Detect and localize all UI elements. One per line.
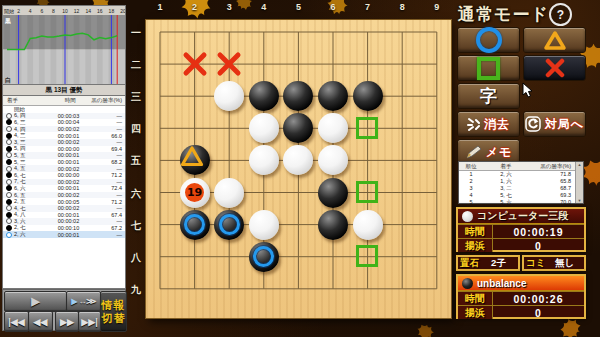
candidate-row[interactable]: 21, 六65.8 <box>459 178 583 185</box>
circle-mark <box>184 214 205 235</box>
play-button[interactable]: ▶ <box>4 291 67 312</box>
x-mark-icon <box>544 58 566 78</box>
white-time-row: 時間 00:00:19 <box>458 224 584 238</box>
winrate-column-header: 黒の勝率(%) <box>91 97 125 104</box>
column-label: 9 <box>430 2 444 12</box>
candidate-row[interactable]: 45, 七69.3 <box>459 192 583 199</box>
step-forward-button[interactable]: ▶▶ <box>55 311 79 332</box>
candidate-moves-table: 順位 着手 黒の勝率(%) 12, 六71.821, 六65.833, 二68.… <box>458 161 584 204</box>
white-stone[interactable] <box>249 113 279 143</box>
black-captures-label: 揚浜 <box>458 306 493 319</box>
candidate-row[interactable]: 12, 六71.8 <box>459 171 583 178</box>
svg-text:10: 10 <box>62 8 68 14</box>
handicap-cell: 置石 2子 <box>456 255 520 271</box>
x-mark[interactable] <box>182 51 208 77</box>
black-time-label: 時間 <box>458 292 493 305</box>
square-mark[interactable] <box>356 245 378 267</box>
x-mark[interactable] <box>216 51 242 77</box>
skip-to-end-button[interactable]: ▶▶| <box>78 311 101 332</box>
svg-text:6: 6 <box>40 8 43 14</box>
column-label: 4 <box>257 2 271 12</box>
info-toggle-button[interactable]: 情報 切替 <box>100 291 127 332</box>
svg-text:開始: 開始 <box>4 8 14 15</box>
row-label: 七 <box>127 219 145 233</box>
square-mark-icon <box>477 57 500 80</box>
autoplay-speed-icon: ≫ <box>86 297 96 306</box>
komi-cell: コミ 無し <box>522 255 586 271</box>
circle-mark <box>219 214 240 235</box>
circle-mark-tool-button[interactable] <box>457 27 520 53</box>
letter-mark-tool-button[interactable]: 字 <box>457 83 520 109</box>
row-label: 一 <box>127 26 145 40</box>
time-column-header: 時間 <box>49 97 91 104</box>
white-captures-label: 揚浜 <box>458 239 493 252</box>
triangle-mark-icon <box>543 30 567 51</box>
candidate-table-header: 順位 着手 黒の勝率(%) <box>459 162 583 171</box>
svg-text:14: 14 <box>85 8 91 14</box>
svg-text:16: 16 <box>97 8 103 14</box>
black-captures-value: 0 <box>493 306 584 319</box>
move-list-rows: 開始6, 四00:00:03—6, 三00:00:04—4, 四00:00:02… <box>3 106 125 238</box>
return-arrow-icon <box>525 116 541 132</box>
black-player-name: unbalance <box>477 278 526 289</box>
circle-mark <box>253 246 274 267</box>
column-label: 6 <box>326 2 340 12</box>
black-time-value: 00:00:26 <box>493 292 584 305</box>
black-time-row: 時間 00:00:26 <box>458 291 584 305</box>
white-time-value: 00:00:19 <box>493 225 584 238</box>
column-label: 7 <box>361 2 375 12</box>
move-row[interactable]: 2, 六00:00:01— <box>3 231 125 238</box>
autoplay-settings-button[interactable]: ▶ ↔ ≫ <box>66 291 101 312</box>
row-label: 六 <box>127 187 145 201</box>
info-toggle-line1: 情報 <box>102 299 126 311</box>
black-stone[interactable] <box>180 145 210 175</box>
move-list-header: 着手 時間 黒の勝率(%) <box>3 96 125 106</box>
white-time-label: 時間 <box>458 225 493 238</box>
white-stone[interactable]: 19 <box>180 178 210 208</box>
white-stone[interactable] <box>249 145 279 175</box>
black-stone-icon <box>462 278 473 289</box>
column-label: 1 <box>153 2 167 12</box>
erase-marks-button[interactable]: 消去 <box>457 111 520 137</box>
candidate-row[interactable]: 33, 二68.7 <box>459 185 583 192</box>
white-captures-row: 揚浜 0 <box>458 238 584 252</box>
winrate-graph: 開始2468101214161820黒白 <box>2 5 126 85</box>
autoplay-play-icon: ▶ <box>71 297 77 306</box>
svg-text:18: 18 <box>109 8 115 14</box>
back-to-game-label: 対局へ <box>545 116 584 133</box>
info-toggle-line2: 切替 <box>102 312 126 324</box>
row-label: 八 <box>127 251 145 265</box>
pencil-icon <box>465 145 482 160</box>
black-stone[interactable] <box>180 210 210 240</box>
move-column-header: 着手 <box>3 97 49 104</box>
letter-mark-label: 字 <box>480 85 497 108</box>
svg-text:8: 8 <box>52 8 55 14</box>
skip-to-start-button[interactable]: |◀◀ <box>4 311 29 332</box>
black-captures-row: 揚浜 0 <box>458 305 584 319</box>
game-setup-row: 置石 2子 コミ 無し <box>456 255 586 271</box>
circle-mark-icon <box>476 27 502 53</box>
square-mark[interactable] <box>356 117 378 139</box>
help-button[interactable]: ? <box>549 3 572 26</box>
black-stone[interactable] <box>214 210 244 240</box>
candidate-row[interactable]: 55, 六70.0 <box>459 199 583 206</box>
black-stone[interactable] <box>318 210 348 240</box>
white-stone[interactable] <box>353 210 383 240</box>
square-mark-tool-button[interactable] <box>457 55 520 81</box>
column-label: 5 <box>291 2 305 12</box>
evaluation-status-bar: 黒 13目 優勢 <box>2 85 126 95</box>
black-player-panel: unbalance 時間 00:00:26 揚浜 0 <box>456 274 586 319</box>
white-player-panel: コンピューター三段 時間 00:00:19 揚浜 0 <box>456 207 586 252</box>
playback-controls: ▶ ▶ ↔ ≫ 情報 切替 |◀◀ ◀◀ ▶▶ ▶▶| <box>2 289 126 331</box>
mode-title: 通常モード <box>458 3 554 25</box>
svg-text:20: 20 <box>120 8 125 14</box>
white-stone[interactable] <box>249 210 279 240</box>
row-label: 二 <box>127 58 145 72</box>
komi-value: 無し <box>545 257 584 270</box>
memo-label: メモ <box>486 144 513 161</box>
go-board[interactable]: 19 <box>146 20 451 318</box>
handicap-label: 置石 <box>458 257 479 270</box>
candidate-winrate-column-header: 黒の勝率(%) <box>529 163 573 170</box>
white-stone-icon <box>462 211 473 222</box>
svg-text:黒: 黒 <box>5 17 11 25</box>
svg-text:4: 4 <box>29 8 32 14</box>
black-stone[interactable] <box>318 178 348 208</box>
black-stone[interactable] <box>353 81 383 111</box>
candidate-move-column-header: 着手 <box>483 163 529 170</box>
komi-label: コミ <box>524 257 545 270</box>
white-player-name: コンピューター三段 <box>477 209 568 223</box>
scroll-down-icon[interactable]: ▼ <box>578 198 582 203</box>
handicap-value: 2子 <box>479 257 518 270</box>
triangle-mark <box>180 145 204 168</box>
row-label: 三 <box>127 90 145 104</box>
column-label: 2 <box>188 2 202 12</box>
svg-text:白: 白 <box>5 77 11 84</box>
row-label: 五 <box>127 154 145 168</box>
black-stone[interactable] <box>249 81 279 111</box>
row-label: 九 <box>127 283 145 297</box>
white-stone[interactable] <box>214 178 244 208</box>
erase-sparkle-icon <box>467 117 480 131</box>
erase-label: 消去 <box>484 116 510 133</box>
back-to-game-button[interactable]: 対局へ <box>523 111 586 137</box>
column-label: 3 <box>222 2 236 12</box>
triangle-mark-tool-button[interactable] <box>523 27 586 53</box>
black-stone[interactable] <box>318 81 348 111</box>
scroll-up-icon[interactable]: ▲ <box>578 162 582 167</box>
svg-text:12: 12 <box>74 8 80 14</box>
go-app-window: 開始2468101214161820黒白 黒 13目 優勢 着手 時間 黒の勝率… <box>0 0 600 337</box>
mouse-cursor <box>522 82 535 99</box>
x-mark-tool-button[interactable] <box>523 55 586 81</box>
black-player-header: unbalance <box>458 276 584 291</box>
white-player-header: コンピューター三段 <box>458 209 584 224</box>
black-stone[interactable] <box>249 242 279 272</box>
candidate-rows: 12, 六71.821, 六65.833, 二68.745, 七69.355, … <box>459 171 583 205</box>
column-label: 8 <box>395 2 409 12</box>
rank-column-header: 順位 <box>459 163 483 170</box>
white-captures-value: 0 <box>493 239 584 252</box>
move-list: 着手 時間 黒の勝率(%) 開始6, 四00:00:03—6, 三00:00:0… <box>2 95 126 289</box>
svg-text:2: 2 <box>17 8 20 14</box>
last-move-number-label: 19 <box>185 183 204 202</box>
square-mark[interactable] <box>356 181 378 203</box>
candidate-table-scrollbar[interactable]: ▲ ▼ <box>575 162 583 203</box>
step-back-button[interactable]: ◀◀ <box>28 311 53 332</box>
row-label: 四 <box>127 122 145 136</box>
